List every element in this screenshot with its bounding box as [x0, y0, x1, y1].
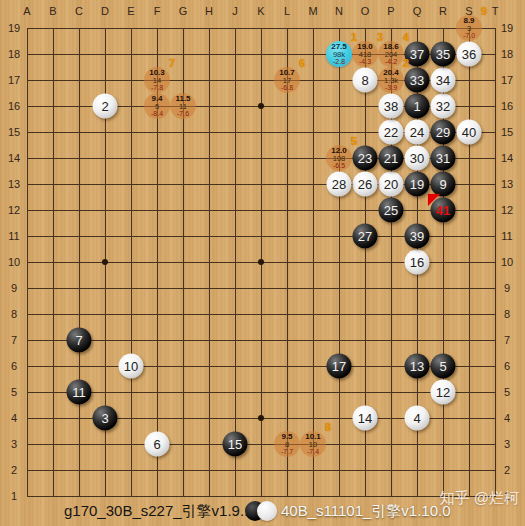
- watermark: 知乎 @烂柯: [440, 489, 519, 508]
- star-point: [102, 259, 108, 265]
- stone-number: 7: [75, 334, 82, 347]
- stone-25-p12: 25: [379, 198, 404, 223]
- stone-15-j3: 15: [223, 432, 248, 457]
- coord-label-left: 13: [8, 178, 20, 190]
- candidate-move-s19[interactable]: 8.93-7.09: [456, 15, 482, 41]
- stone-17-n6: 17: [327, 354, 352, 379]
- white-player-name: 40B_s11101_引擎v1.10.0: [281, 502, 451, 521]
- stone-34-r17: 34: [431, 68, 456, 93]
- coord-label-top: D: [101, 5, 109, 17]
- coord-label-right: 7: [504, 334, 510, 346]
- candidate-visits: 14: [153, 77, 161, 85]
- coord-label-right: 10: [501, 256, 513, 268]
- candidate-rank: 5: [351, 136, 357, 147]
- stone-number: 3: [101, 412, 108, 425]
- stone-40-s15: 40: [457, 120, 482, 145]
- candidate-rank: 8: [325, 422, 331, 433]
- coord-label-top: G: [179, 5, 188, 17]
- coord-label-top: T: [492, 5, 499, 17]
- stone-number: 22: [384, 126, 398, 139]
- candidate-move-l17[interactable]: 10.717-6.86: [274, 67, 300, 93]
- coord-label-left: 5: [11, 386, 17, 398]
- candidate-score: -6.5: [333, 162, 345, 169]
- stone-number: 2: [101, 100, 108, 113]
- stone-11-c5: 11: [67, 380, 92, 405]
- coord-label-right: 19: [501, 22, 513, 34]
- stone-number: 40: [462, 126, 476, 139]
- stone-41-r12: 41: [431, 198, 456, 223]
- candidate-score: -7.0: [463, 32, 475, 39]
- coord-label-left: 4: [11, 412, 17, 424]
- star-point: [258, 415, 264, 421]
- stone-number: 36: [462, 48, 476, 61]
- stone-2-d16: 2: [93, 94, 118, 119]
- stone-10-e6: 10: [119, 354, 144, 379]
- coord-label-top: N: [335, 5, 343, 17]
- candidate-score: -8.4: [151, 110, 163, 117]
- coord-label-right: 2: [504, 464, 510, 476]
- candidate-score: -7.6: [177, 110, 189, 117]
- coord-label-left: 7: [11, 334, 17, 346]
- stone-12-r5: 12: [431, 380, 456, 405]
- stone-number: 12: [436, 386, 450, 399]
- stone-14-o4: 14: [353, 406, 378, 431]
- coord-label-right: 12: [501, 204, 513, 216]
- grid-line-horizontal: [27, 392, 496, 393]
- stone-7-c7: 7: [67, 328, 92, 353]
- candidate-visits: 108: [333, 155, 346, 163]
- stone-20-p13: 20: [379, 172, 404, 197]
- stone-number: 41: [436, 204, 450, 217]
- stone-22-p15: 22: [379, 120, 404, 145]
- white-stone-icon: [257, 501, 277, 521]
- grid-line-horizontal: [27, 288, 496, 289]
- candidate-score: -7.8: [151, 84, 163, 91]
- stone-number: 35: [436, 48, 450, 61]
- candidate-move-p17[interactable]: 20.41.3k-3.92: [378, 67, 404, 93]
- coord-label-top: J: [232, 5, 238, 17]
- candidate-score: -4.3: [359, 58, 371, 65]
- coord-label-left: 11: [8, 230, 19, 242]
- coord-label-right: 4: [504, 412, 510, 424]
- candidate-score: -6.8: [281, 84, 293, 91]
- stone-number: 20: [384, 178, 398, 191]
- star-point: [258, 103, 264, 109]
- candidate-move-f16[interactable]: 9.45-8.4: [144, 93, 170, 119]
- coord-label-top: C: [75, 5, 83, 17]
- stone-number: 17: [332, 360, 346, 373]
- candidate-score: -7.4: [307, 448, 319, 455]
- candidate-visits: 5: [155, 103, 159, 111]
- candidate-move-l3[interactable]: 9.58-7.7: [274, 431, 300, 457]
- coord-label-left: 12: [8, 204, 20, 216]
- candidate-move-n14[interactable]: 12.0108-6.55: [326, 145, 352, 171]
- grid-line-horizontal: [27, 444, 496, 445]
- candidate-visits: 11: [179, 103, 187, 111]
- coord-label-left: 18: [8, 48, 20, 60]
- stone-number: 24: [410, 126, 424, 139]
- grid-line-vertical: [339, 28, 340, 497]
- coord-label-right: 5: [504, 386, 510, 398]
- candidate-rank: 4: [403, 32, 409, 43]
- stone-4-q4: 4: [405, 406, 430, 431]
- stone-number: 10: [124, 360, 138, 373]
- stone-number: 13: [410, 360, 424, 373]
- star-point: [258, 259, 264, 265]
- black-player-name: g170_30B_s227_引擎v1.9.1: [64, 502, 252, 521]
- grid-line-vertical: [287, 28, 288, 497]
- coord-label-top: K: [257, 5, 264, 17]
- coord-label-left: 6: [11, 360, 17, 372]
- stone-number: 4: [413, 412, 420, 425]
- stone-32-r16: 32: [431, 94, 456, 119]
- stone-number: 14: [358, 412, 372, 425]
- stone-36-s18: 36: [457, 42, 482, 67]
- stone-6-f3: 6: [145, 432, 170, 457]
- stone-3-d4: 3: [93, 406, 118, 431]
- stone-29-r15: 29: [431, 120, 456, 145]
- go-board[interactable]: g170_30B_s227_引擎v1.9.1 40B_s11101_引擎v1.1…: [0, 0, 525, 526]
- coord-label-left: 9: [11, 282, 17, 294]
- coord-label-top: L: [284, 5, 290, 17]
- coord-label-top: A: [23, 5, 30, 17]
- candidate-rank: 9: [481, 6, 487, 17]
- grid-line-vertical: [495, 28, 496, 497]
- stone-21-p14: 21: [379, 146, 404, 171]
- stone-number: 15: [228, 438, 242, 451]
- stone-31-r14: 31: [431, 146, 456, 171]
- coord-label-right: 6: [504, 360, 510, 372]
- candidate-rank: 2: [403, 58, 409, 69]
- candidate-visits: 418: [359, 51, 372, 59]
- coord-label-top: B: [49, 5, 56, 17]
- candidate-rank: 3: [377, 32, 383, 43]
- candidate-score: -2.8: [333, 58, 345, 65]
- coord-label-top: P: [387, 5, 394, 17]
- stone-23-o14: 23: [353, 146, 378, 171]
- stone-30-q14: 30: [405, 146, 430, 171]
- candidate-score: -3.9: [385, 84, 397, 91]
- stone-1-q16: 1: [405, 94, 430, 119]
- candidate-visits: 1.3k: [384, 77, 398, 85]
- coord-label-top: H: [205, 5, 213, 17]
- coord-label-left: 17: [8, 74, 20, 86]
- coord-label-left: 16: [8, 100, 20, 112]
- coord-label-top: Q: [413, 5, 422, 17]
- candidate-move-m3[interactable]: 10.110-7.48: [300, 431, 326, 457]
- candidate-move-f17[interactable]: 10.314-7.87: [144, 67, 170, 93]
- grid-line-vertical: [313, 28, 314, 497]
- stone-number: 25: [384, 204, 398, 217]
- candidate-visits: 8: [285, 441, 289, 449]
- stone-39-q11: 39: [405, 224, 430, 249]
- grid-line-vertical: [469, 28, 470, 497]
- stone-38-p16: 38: [379, 94, 404, 119]
- coord-label-right: 11: [501, 230, 512, 242]
- coord-label-left: 19: [8, 22, 20, 34]
- coord-label-top: R: [439, 5, 447, 17]
- stone-33-q17: 33: [405, 68, 430, 93]
- candidate-visits: 98k: [333, 51, 345, 59]
- stone-number: 30: [410, 152, 424, 165]
- candidate-visits: 17: [283, 77, 291, 85]
- coord-label-right: 9: [504, 282, 510, 294]
- coord-label-right: 13: [501, 178, 513, 190]
- coord-label-left: 15: [8, 126, 20, 138]
- coord-label-top: O: [361, 5, 370, 17]
- candidate-move-n18[interactable]: 27.598k-2.81: [326, 41, 352, 67]
- stone-16-q10: 16: [405, 250, 430, 275]
- stone-number: 19: [410, 178, 424, 191]
- coord-label-top: M: [308, 5, 317, 17]
- candidate-score: -4.2: [385, 58, 397, 65]
- candidate-move-o18[interactable]: 19.0418-4.33: [352, 41, 378, 67]
- stone-35-r18: 35: [431, 42, 456, 67]
- grid-line-horizontal: [27, 470, 496, 471]
- candidate-score: -7.7: [281, 448, 293, 455]
- stone-26-o13: 26: [353, 172, 378, 197]
- stone-number: 26: [358, 178, 372, 191]
- stone-number: 37: [410, 48, 424, 61]
- stone-number: 5: [439, 360, 446, 373]
- coord-label-right: 17: [501, 74, 513, 86]
- stone-number: 34: [436, 74, 450, 87]
- stone-number: 6: [153, 438, 160, 451]
- candidate-rank: 6: [299, 58, 305, 69]
- coord-label-left: 14: [8, 152, 20, 164]
- candidate-move-p18[interactable]: 18.6204-4.24: [378, 41, 404, 67]
- stone-5-r6: 5: [431, 354, 456, 379]
- stone-number: 29: [436, 126, 450, 139]
- candidate-rank: 7: [169, 58, 175, 69]
- stone-8-o17: 8: [353, 68, 378, 93]
- coord-label-right: 3: [504, 438, 510, 450]
- coord-label-left: 8: [11, 308, 17, 320]
- candidate-move-g16[interactable]: 11.511-7.6: [170, 93, 196, 119]
- stone-number: 38: [384, 100, 398, 113]
- stone-number: 31: [436, 152, 450, 165]
- coord-label-right: 8: [504, 308, 510, 320]
- stone-number: 16: [410, 256, 424, 269]
- stone-9-r13: 9: [431, 172, 456, 197]
- stone-number: 32: [436, 100, 450, 113]
- candidate-visits: 10: [309, 441, 317, 449]
- stone-28-n13: 28: [327, 172, 352, 197]
- stone-27-o11: 27: [353, 224, 378, 249]
- stone-number: 11: [72, 386, 86, 399]
- stone-number: 1: [413, 100, 420, 113]
- stone-number: 23: [358, 152, 372, 165]
- grid-line-horizontal: [27, 496, 496, 497]
- coord-label-top: E: [127, 5, 134, 17]
- candidate-visits: 3: [467, 25, 471, 33]
- grid-line-horizontal: [27, 314, 496, 315]
- coord-label-top: F: [154, 5, 161, 17]
- stone-number: 21: [384, 152, 398, 165]
- stone-13-q6: 13: [405, 354, 430, 379]
- stone-number: 28: [332, 178, 346, 191]
- grid-line-horizontal: [27, 340, 496, 341]
- candidate-visits: 204: [385, 51, 398, 59]
- stone-number: 8: [361, 74, 368, 87]
- stone-number: 9: [439, 178, 446, 191]
- coord-label-right: 18: [501, 48, 513, 60]
- coord-label-left: 10: [8, 256, 20, 268]
- coord-label-right: 14: [501, 152, 513, 164]
- coord-label-right: 15: [501, 126, 513, 138]
- candidate-rank: 1: [351, 32, 357, 43]
- coord-label-right: 16: [501, 100, 513, 112]
- coord-label-left: 3: [11, 438, 17, 450]
- stone-number: 27: [358, 230, 372, 243]
- stone-24-q15: 24: [405, 120, 430, 145]
- stone-19-q13: 19: [405, 172, 430, 197]
- stone-number: 39: [410, 230, 424, 243]
- stone-number: 33: [410, 74, 424, 87]
- coord-label-left: 2: [11, 464, 17, 476]
